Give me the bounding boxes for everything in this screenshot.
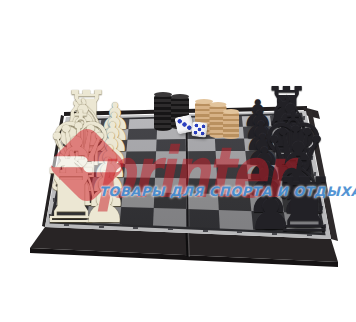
- product-photo-chess-set: ♜♟♟♜♞♟♟♞♝♟♟♝♚♟♟♚♛♟♟♛♝♟♟♝♞♟♟♞♜♟♟♜ printer…: [0, 0, 356, 322]
- pieces-layer: ♜♟♟♜♞♟♟♞♝♟♟♝♚♟♟♚♛♟♟♛♝♟♟♝♞♟♟♞♜♟♟♜: [0, 0, 356, 322]
- checker-stack-black: [154, 94, 172, 131]
- checker-stack-top: [154, 92, 172, 97]
- piece-wP-a2: ♟: [81, 179, 127, 231]
- checker-stack-wood: [223, 111, 239, 139]
- checker-stack-top: [171, 94, 189, 99]
- die-face-5: [191, 121, 208, 138]
- piece-bR-a8: ♜: [270, 168, 337, 243]
- checker-stack-top: [210, 102, 227, 107]
- checker-stack-top: [223, 109, 239, 114]
